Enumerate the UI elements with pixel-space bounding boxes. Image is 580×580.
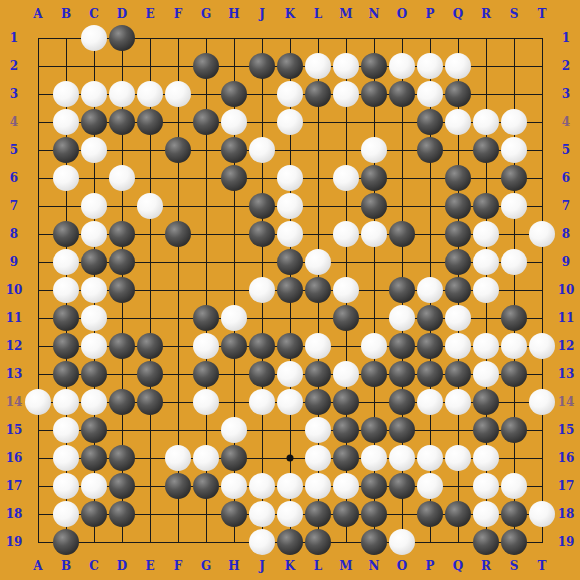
white-stone xyxy=(473,333,499,359)
row-label-right: 4 xyxy=(562,116,570,128)
black-stone xyxy=(333,305,359,331)
black-stone xyxy=(277,53,303,79)
white-stone xyxy=(249,529,275,555)
white-stone xyxy=(445,305,471,331)
black-stone xyxy=(361,81,387,107)
white-stone xyxy=(81,221,107,247)
row-label-right: 15 xyxy=(558,424,575,436)
black-stone xyxy=(445,193,471,219)
column-label-top: F xyxy=(174,8,183,20)
white-stone xyxy=(81,193,107,219)
black-stone xyxy=(417,361,443,387)
black-stone xyxy=(193,305,219,331)
black-stone xyxy=(165,137,191,163)
black-stone xyxy=(221,501,247,527)
black-stone xyxy=(305,81,331,107)
black-stone xyxy=(53,529,79,555)
column-label-top: Q xyxy=(453,8,463,20)
row-label-right: 9 xyxy=(562,256,570,268)
column-label-top: R xyxy=(481,8,491,20)
row-label-left: 2 xyxy=(10,60,18,72)
black-stone xyxy=(249,361,275,387)
row-label-left: 3 xyxy=(10,88,18,100)
white-stone xyxy=(529,333,555,359)
white-stone xyxy=(249,137,275,163)
column-label-bottom: Q xyxy=(453,560,463,572)
row-label-left: 10 xyxy=(6,284,23,296)
black-stone xyxy=(277,249,303,275)
black-stone xyxy=(277,333,303,359)
row-label-right: 8 xyxy=(562,228,570,240)
white-stone xyxy=(501,109,527,135)
white-stone xyxy=(249,277,275,303)
row-label-left: 8 xyxy=(10,228,18,240)
black-stone xyxy=(361,501,387,527)
white-stone xyxy=(53,277,79,303)
black-stone xyxy=(501,305,527,331)
black-stone xyxy=(277,277,303,303)
column-label-top: S xyxy=(510,8,519,20)
black-stone xyxy=(389,333,415,359)
column-label-top: M xyxy=(339,8,352,20)
star-point xyxy=(287,455,294,462)
white-stone xyxy=(81,25,107,51)
white-stone xyxy=(389,305,415,331)
black-stone xyxy=(445,221,471,247)
black-stone xyxy=(109,249,135,275)
black-stone xyxy=(389,221,415,247)
black-stone xyxy=(333,501,359,527)
black-stone xyxy=(249,53,275,79)
go-client-window: AABBCCDDEEFFGGHHJJKKLLMMNNOOPPQQRRSSTT11… xyxy=(0,0,580,580)
black-stone xyxy=(109,333,135,359)
white-stone xyxy=(529,221,555,247)
black-stone xyxy=(221,81,247,107)
black-stone xyxy=(417,501,443,527)
row-label-left: 12 xyxy=(6,340,23,352)
white-stone xyxy=(501,333,527,359)
black-stone xyxy=(193,53,219,79)
white-stone xyxy=(529,389,555,415)
black-stone xyxy=(305,529,331,555)
black-stone xyxy=(389,361,415,387)
white-stone xyxy=(333,81,359,107)
black-stone xyxy=(501,165,527,191)
black-stone xyxy=(109,109,135,135)
white-stone xyxy=(277,389,303,415)
row-label-right: 11 xyxy=(558,312,575,324)
black-stone xyxy=(389,389,415,415)
column-label-bottom: N xyxy=(369,560,380,572)
black-stone xyxy=(137,389,163,415)
black-stone xyxy=(445,361,471,387)
black-stone xyxy=(389,277,415,303)
white-stone xyxy=(501,137,527,163)
column-label-top: T xyxy=(538,8,547,20)
black-stone xyxy=(501,417,527,443)
black-stone xyxy=(81,417,107,443)
white-stone xyxy=(529,501,555,527)
black-stone xyxy=(165,473,191,499)
white-stone xyxy=(501,249,527,275)
white-stone xyxy=(81,389,107,415)
black-stone xyxy=(193,361,219,387)
black-stone xyxy=(445,501,471,527)
white-stone xyxy=(81,137,107,163)
white-stone xyxy=(165,81,191,107)
white-stone xyxy=(417,81,443,107)
white-stone xyxy=(333,221,359,247)
white-stone xyxy=(277,221,303,247)
row-label-right: 7 xyxy=(562,200,570,212)
column-label-bottom: M xyxy=(339,560,352,572)
black-stone xyxy=(501,501,527,527)
black-stone xyxy=(445,165,471,191)
black-stone xyxy=(249,333,275,359)
white-stone xyxy=(81,277,107,303)
white-stone xyxy=(473,277,499,303)
black-stone xyxy=(361,361,387,387)
white-stone xyxy=(277,109,303,135)
column-label-bottom: O xyxy=(397,560,407,572)
white-stone xyxy=(277,361,303,387)
black-stone xyxy=(137,361,163,387)
white-stone xyxy=(305,333,331,359)
black-stone xyxy=(305,501,331,527)
column-label-top: G xyxy=(201,8,211,20)
black-stone xyxy=(277,529,303,555)
white-stone xyxy=(305,249,331,275)
column-label-top: P xyxy=(425,8,434,20)
white-stone xyxy=(81,81,107,107)
black-stone xyxy=(109,389,135,415)
white-stone xyxy=(501,193,527,219)
column-label-top: B xyxy=(61,8,71,20)
row-label-right: 1 xyxy=(562,32,570,44)
black-stone xyxy=(53,221,79,247)
black-stone xyxy=(53,333,79,359)
column-label-bottom: T xyxy=(538,560,547,572)
white-stone xyxy=(277,165,303,191)
white-stone xyxy=(361,221,387,247)
white-stone xyxy=(137,81,163,107)
white-stone xyxy=(445,109,471,135)
column-label-top: D xyxy=(117,8,127,20)
black-stone xyxy=(333,417,359,443)
white-stone xyxy=(417,53,443,79)
black-stone xyxy=(109,25,135,51)
black-stone xyxy=(193,109,219,135)
column-label-top: A xyxy=(33,8,42,20)
black-stone xyxy=(221,137,247,163)
column-label-bottom: D xyxy=(117,560,127,572)
row-label-left: 19 xyxy=(6,536,23,548)
black-stone xyxy=(389,473,415,499)
white-stone xyxy=(277,193,303,219)
white-stone xyxy=(277,81,303,107)
white-stone xyxy=(193,445,219,471)
black-stone xyxy=(109,501,135,527)
column-label-bottom: L xyxy=(314,560,322,572)
white-stone xyxy=(473,501,499,527)
row-label-right: 10 xyxy=(558,284,575,296)
white-stone xyxy=(305,473,331,499)
black-stone xyxy=(109,277,135,303)
column-label-bottom: G xyxy=(201,560,211,572)
column-label-bottom: R xyxy=(481,560,491,572)
row-label-right: 18 xyxy=(558,508,575,520)
black-stone xyxy=(109,445,135,471)
black-stone xyxy=(193,473,219,499)
column-label-top: E xyxy=(145,8,154,20)
black-stone xyxy=(81,249,107,275)
black-stone xyxy=(473,417,499,443)
row-label-left: 1 xyxy=(10,32,18,44)
black-stone xyxy=(81,109,107,135)
white-stone xyxy=(109,165,135,191)
white-stone xyxy=(417,389,443,415)
white-stone xyxy=(305,445,331,471)
white-stone xyxy=(53,81,79,107)
column-label-bottom: A xyxy=(33,560,42,572)
white-stone xyxy=(361,445,387,471)
white-stone xyxy=(249,473,275,499)
row-label-left: 16 xyxy=(6,452,23,464)
white-stone xyxy=(305,417,331,443)
white-stone xyxy=(221,305,247,331)
white-stone xyxy=(305,53,331,79)
black-stone xyxy=(53,361,79,387)
black-stone xyxy=(361,473,387,499)
row-label-left: 13 xyxy=(6,368,23,380)
white-stone xyxy=(445,333,471,359)
white-stone xyxy=(445,445,471,471)
black-stone xyxy=(361,529,387,555)
black-stone xyxy=(501,529,527,555)
black-stone xyxy=(361,417,387,443)
black-stone xyxy=(417,109,443,135)
black-stone xyxy=(249,221,275,247)
black-stone xyxy=(221,333,247,359)
white-stone xyxy=(417,473,443,499)
black-stone xyxy=(473,389,499,415)
column-label-bottom: E xyxy=(145,560,154,572)
black-stone xyxy=(389,81,415,107)
white-stone xyxy=(389,53,415,79)
black-stone xyxy=(53,305,79,331)
black-stone xyxy=(417,305,443,331)
row-label-left: 4 xyxy=(10,116,18,128)
row-label-left: 9 xyxy=(10,256,18,268)
white-stone xyxy=(53,109,79,135)
black-stone xyxy=(305,361,331,387)
black-stone xyxy=(473,529,499,555)
white-stone xyxy=(53,249,79,275)
column-label-bottom: H xyxy=(228,560,239,572)
black-stone xyxy=(445,277,471,303)
white-stone xyxy=(137,193,163,219)
row-label-right: 14 xyxy=(558,396,575,408)
row-label-left: 15 xyxy=(6,424,23,436)
white-stone xyxy=(53,473,79,499)
black-stone xyxy=(81,361,107,387)
row-label-right: 17 xyxy=(558,480,575,492)
black-stone xyxy=(473,193,499,219)
white-stone xyxy=(277,501,303,527)
white-stone xyxy=(501,473,527,499)
row-label-right: 16 xyxy=(558,452,575,464)
black-stone xyxy=(221,445,247,471)
black-stone xyxy=(165,221,191,247)
white-stone xyxy=(53,445,79,471)
white-stone xyxy=(165,445,191,471)
white-stone xyxy=(417,445,443,471)
white-stone xyxy=(389,529,415,555)
black-stone xyxy=(389,417,415,443)
row-label-left: 7 xyxy=(10,200,18,212)
black-stone xyxy=(109,473,135,499)
black-stone xyxy=(333,389,359,415)
black-stone xyxy=(221,165,247,191)
white-stone xyxy=(473,361,499,387)
white-stone xyxy=(221,417,247,443)
white-stone xyxy=(81,305,107,331)
white-stone xyxy=(473,109,499,135)
column-label-top: J xyxy=(259,8,265,20)
row-label-right: 12 xyxy=(558,340,575,352)
black-stone xyxy=(53,137,79,163)
white-stone xyxy=(333,473,359,499)
row-label-left: 6 xyxy=(10,172,18,184)
white-stone xyxy=(361,137,387,163)
black-stone xyxy=(417,137,443,163)
white-stone xyxy=(473,473,499,499)
black-stone xyxy=(445,81,471,107)
column-label-top: N xyxy=(369,8,380,20)
white-stone xyxy=(221,109,247,135)
white-stone xyxy=(193,333,219,359)
column-label-top: C xyxy=(89,8,99,20)
white-stone xyxy=(473,445,499,471)
white-stone xyxy=(53,389,79,415)
row-label-right: 6 xyxy=(562,172,570,184)
black-stone xyxy=(81,445,107,471)
white-stone xyxy=(53,417,79,443)
row-label-left: 5 xyxy=(10,144,18,156)
white-stone xyxy=(417,277,443,303)
white-stone xyxy=(333,277,359,303)
column-label-top: K xyxy=(285,8,295,20)
row-label-left: 17 xyxy=(6,480,23,492)
column-label-top: O xyxy=(397,8,407,20)
black-stone xyxy=(333,445,359,471)
black-stone xyxy=(137,333,163,359)
white-stone xyxy=(193,389,219,415)
white-stone xyxy=(277,473,303,499)
black-stone xyxy=(361,53,387,79)
white-stone xyxy=(445,389,471,415)
black-stone xyxy=(137,109,163,135)
row-label-right: 13 xyxy=(558,368,575,380)
row-label-right: 2 xyxy=(562,60,570,72)
black-stone xyxy=(361,165,387,191)
black-stone xyxy=(305,277,331,303)
white-stone xyxy=(25,389,51,415)
black-stone xyxy=(361,193,387,219)
white-stone xyxy=(333,361,359,387)
column-label-bottom: P xyxy=(425,560,434,572)
row-label-left: 18 xyxy=(6,508,23,520)
white-stone xyxy=(445,53,471,79)
row-label-right: 19 xyxy=(558,536,575,548)
black-stone xyxy=(473,137,499,163)
column-label-bottom: C xyxy=(89,560,99,572)
white-stone xyxy=(361,333,387,359)
black-stone xyxy=(81,501,107,527)
column-label-bottom: S xyxy=(510,560,519,572)
column-label-top: H xyxy=(228,8,239,20)
white-stone xyxy=(249,389,275,415)
black-stone xyxy=(109,221,135,247)
black-stone xyxy=(417,333,443,359)
row-label-left: 14 xyxy=(6,396,23,408)
black-stone xyxy=(501,361,527,387)
white-stone xyxy=(81,333,107,359)
column-label-bottom: F xyxy=(174,560,183,572)
column-label-bottom: J xyxy=(259,560,265,572)
black-stone xyxy=(305,389,331,415)
row-label-right: 3 xyxy=(562,88,570,100)
white-stone xyxy=(389,445,415,471)
white-stone xyxy=(249,501,275,527)
column-label-top: L xyxy=(314,8,322,20)
white-stone xyxy=(53,501,79,527)
white-stone xyxy=(473,221,499,247)
white-stone xyxy=(333,165,359,191)
white-stone xyxy=(81,473,107,499)
white-stone xyxy=(221,473,247,499)
column-label-bottom: K xyxy=(285,560,295,572)
black-stone xyxy=(249,193,275,219)
black-stone xyxy=(445,249,471,275)
white-stone xyxy=(53,165,79,191)
column-label-bottom: B xyxy=(61,560,71,572)
white-stone xyxy=(109,81,135,107)
white-stone xyxy=(473,249,499,275)
row-label-right: 5 xyxy=(562,144,570,156)
white-stone xyxy=(333,53,359,79)
row-label-left: 11 xyxy=(6,312,23,324)
